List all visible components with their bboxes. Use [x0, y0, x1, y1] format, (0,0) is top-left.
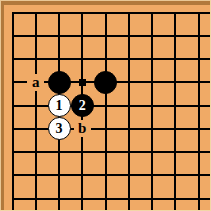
white-stone-move-3: 3 [48, 117, 71, 140]
cut-edge-right-highlight [210, 0, 211, 211]
stone-layer: 123 [0, 0, 211, 211]
board-frame-top [0, 1, 211, 5]
white-stone-move-1: 1 [48, 94, 71, 117]
black-stone [94, 71, 117, 94]
board-frame-left-highlight [0, 0, 1, 211]
cut-edge-bottom-highlight [0, 210, 211, 211]
black-stone [48, 71, 71, 94]
black-stone-move-2: 2 [71, 94, 94, 117]
go-board-diagram: ab 123 [0, 0, 211, 211]
board-frame-top-highlight [0, 0, 211, 1]
